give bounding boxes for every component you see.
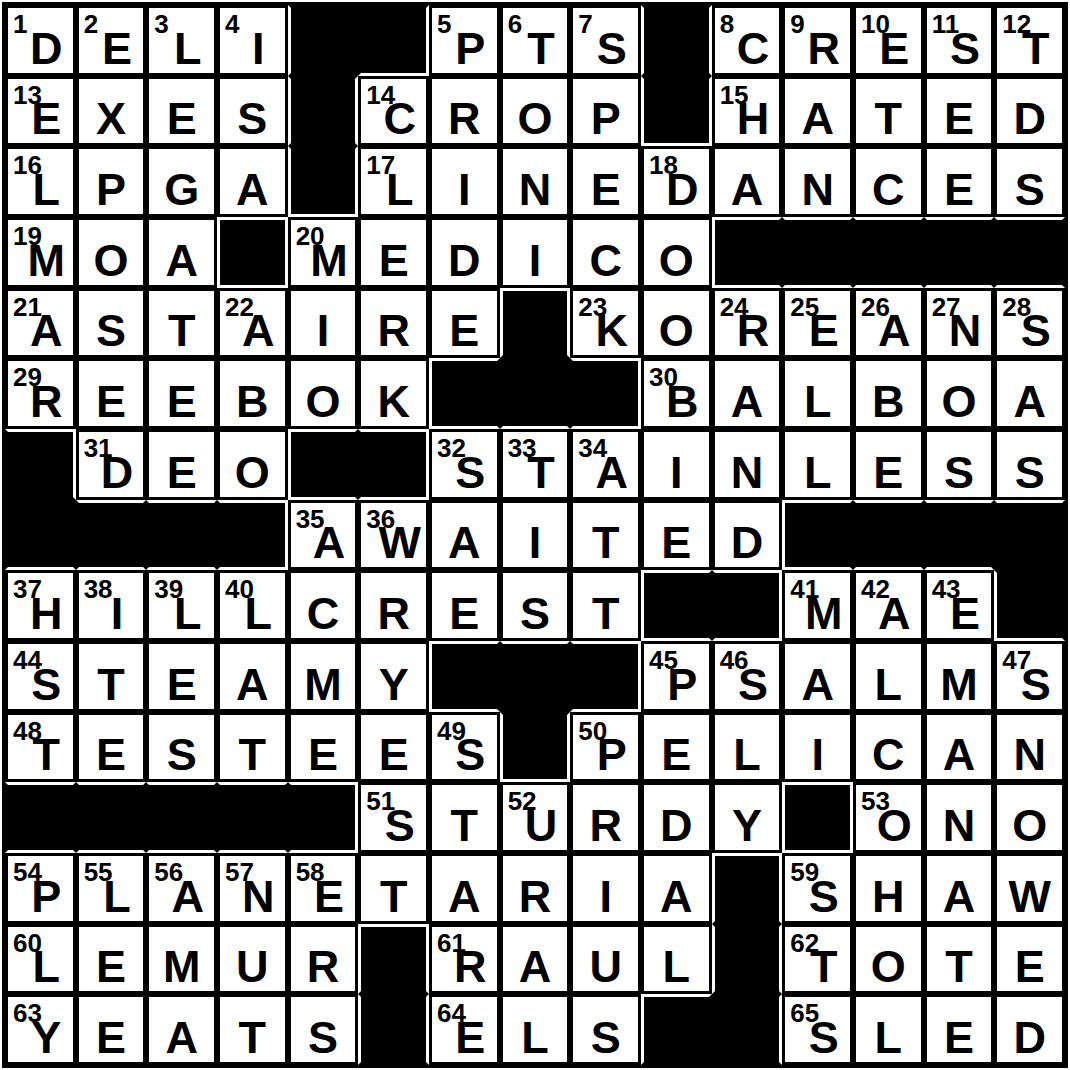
cell-letter: E	[79, 379, 144, 424]
black-cell-r4c4	[217, 217, 288, 288]
cell-r4c3[interactable]: A	[146, 217, 217, 288]
black-cell-r15c10	[641, 994, 712, 1065]
cell-r11c2[interactable]: E	[76, 712, 147, 783]
cell-letter: A	[715, 167, 780, 212]
cell-r14c13[interactable]: O	[853, 924, 924, 995]
cell-letter: U	[220, 944, 285, 989]
cell-r5c1[interactable]: 21A	[5, 288, 76, 359]
cell-r8c7[interactable]: A	[429, 500, 500, 571]
cell-r2c6[interactable]: 14C	[358, 76, 429, 147]
cell-r7c2[interactable]: 31D	[76, 429, 147, 500]
cell-r7c9[interactable]: 34A	[570, 429, 641, 500]
cell-r6c11[interactable]: A	[712, 358, 783, 429]
cell-letter: S	[149, 732, 214, 777]
cell-r3c8[interactable]: N	[500, 146, 571, 217]
black-cell-r8c14	[924, 500, 995, 571]
cell-letter: K	[361, 379, 426, 424]
cell-r12c9[interactable]: R	[570, 782, 641, 853]
cell-r2c4[interactable]: S	[217, 76, 288, 147]
cell-r5c15[interactable]: 28S	[994, 288, 1065, 359]
cell-letter: D	[650, 167, 712, 212]
cell-letter: P	[79, 167, 144, 212]
cell-r5c10[interactable]: O	[641, 288, 712, 359]
cell-r15c12[interactable]: 65S	[782, 994, 853, 1065]
cell-letter: A	[785, 662, 850, 707]
cell-r9c14[interactable]: 43E	[924, 570, 995, 641]
cell-r4c7[interactable]: D	[429, 217, 500, 288]
cell-r9c12[interactable]: 41M	[782, 570, 853, 641]
cell-r15c2[interactable]: E	[76, 994, 147, 1065]
black-cell-r10c7	[429, 641, 500, 712]
cell-r1c3[interactable]: 3L	[146, 5, 217, 76]
cell-letter: T	[432, 803, 497, 848]
cell-r8c9[interactable]: T	[570, 500, 641, 571]
cell-r10c4[interactable]: A	[217, 641, 288, 712]
cell-r14c12[interactable]: 62T	[782, 924, 853, 995]
cell-r11c9[interactable]: 50P	[570, 712, 641, 783]
cell-r1c15[interactable]: 12T	[994, 5, 1065, 76]
cell-r14c2[interactable]: E	[76, 924, 147, 995]
black-cell-r5c8	[500, 288, 571, 359]
cell-r13c4[interactable]: 57N	[217, 853, 288, 924]
cell-letter: I	[432, 167, 497, 212]
cell-r15c15[interactable]: D	[994, 994, 1065, 1065]
cell-r9c1[interactable]: 37H	[5, 570, 76, 641]
cell-r15c13[interactable]: L	[853, 994, 924, 1065]
cell-r13c8[interactable]: R	[500, 853, 571, 924]
cell-letter: I	[85, 591, 147, 636]
cell-letter: E	[856, 450, 921, 495]
cell-letter: K	[579, 308, 641, 353]
cell-letter: E	[79, 732, 144, 777]
cell-r1c11[interactable]: 8C	[712, 5, 783, 76]
crossword-page: 1D2E3L4I5P6T7S8C9R10E11S12T13EXES14CROP1…	[0, 0, 1070, 1070]
black-cell-r8c1	[5, 500, 76, 571]
black-cell-r15c11	[712, 994, 783, 1065]
cell-letter: L	[785, 450, 850, 495]
cell-letter: M	[14, 238, 76, 283]
cell-r6c2[interactable]: E	[76, 358, 147, 429]
cell-r2c13[interactable]: T	[853, 76, 924, 147]
cell-letter: S	[997, 167, 1062, 212]
cell-r6c6[interactable]: K	[358, 358, 429, 429]
cell-letter: E	[149, 96, 214, 141]
cell-r1c2[interactable]: 2E	[76, 5, 147, 76]
cell-r14c3[interactable]: M	[146, 924, 217, 995]
cell-letter: C	[573, 238, 638, 283]
black-cell-r10c9	[570, 641, 641, 712]
black-cell-r13c11	[712, 853, 783, 924]
cell-r3c7[interactable]: I	[429, 146, 500, 217]
cell-r6c1[interactable]: 29R	[5, 358, 76, 429]
cell-letter: E	[927, 167, 992, 212]
cell-letter: R	[291, 944, 356, 989]
black-cell-r4c15	[994, 217, 1065, 288]
cell-r1c12[interactable]: 9R	[782, 5, 853, 76]
cell-r8c6[interactable]: 36W	[358, 500, 429, 571]
cell-r7c12[interactable]: L	[782, 429, 853, 500]
cell-r13c6[interactable]: T	[358, 853, 429, 924]
cell-r13c3[interactable]: 56A	[146, 853, 217, 924]
cell-letter: A	[997, 379, 1062, 424]
cell-r10c2[interactable]: T	[76, 641, 147, 712]
cell-r13c1[interactable]: 54P	[5, 853, 76, 924]
cell-r9c4[interactable]: 40L	[217, 570, 288, 641]
cell-letter: R	[361, 308, 426, 353]
cell-r6c10[interactable]: 30B	[641, 358, 712, 429]
cell-letter: R	[573, 803, 638, 848]
cell-r9c6[interactable]: R	[358, 570, 429, 641]
cell-r10c5[interactable]: M	[288, 641, 359, 712]
cell-letter: M	[291, 662, 356, 707]
cell-letter: S	[791, 1015, 853, 1060]
black-cell-r11c8	[500, 712, 571, 783]
cell-r10c13[interactable]: L	[853, 641, 924, 712]
cell-r5c3[interactable]: T	[146, 288, 217, 359]
cell-letter: E	[432, 308, 497, 353]
black-cell-r8c4	[217, 500, 288, 571]
cell-r4c6[interactable]: E	[358, 217, 429, 288]
cell-r13c14[interactable]: A	[924, 853, 995, 924]
cell-r11c4[interactable]: T	[217, 712, 288, 783]
cell-r14c7[interactable]: 61R	[429, 924, 500, 995]
cell-r4c9[interactable]: C	[570, 217, 641, 288]
cell-letter: C	[856, 732, 921, 777]
cell-letter: A	[644, 874, 709, 919]
cell-r13c5[interactable]: 58E	[288, 853, 359, 924]
cell-r2c15[interactable]: D	[994, 76, 1065, 147]
cell-r5c11[interactable]: 24R	[712, 288, 783, 359]
cell-r5c14[interactable]: 27N	[924, 288, 995, 359]
cell-letter: E	[85, 26, 147, 71]
cell-r3c4[interactable]: A	[217, 146, 288, 217]
cell-r2c9[interactable]: P	[570, 76, 641, 147]
cell-letter: E	[997, 944, 1062, 989]
cell-letter: L	[503, 1015, 568, 1060]
cell-letter: E	[927, 96, 992, 141]
cell-letter: R	[503, 874, 568, 919]
cell-r6c4[interactable]: B	[217, 358, 288, 429]
black-cell-r6c9	[570, 358, 641, 429]
cell-r8c8[interactable]: I	[500, 500, 571, 571]
cell-r10c14[interactable]: M	[924, 641, 995, 712]
cell-r8c10[interactable]: E	[641, 500, 712, 571]
cell-letter: T	[1003, 26, 1065, 71]
cell-r2c1[interactable]: 13E	[5, 76, 76, 147]
cell-r2c3[interactable]: E	[146, 76, 217, 147]
cell-letter: S	[220, 96, 285, 141]
cell-r15c14[interactable]: E	[924, 994, 995, 1065]
cell-letter: C	[721, 26, 783, 71]
black-cell-r6c8	[500, 358, 571, 429]
cell-r11c10[interactable]: E	[641, 712, 712, 783]
cell-r6c13[interactable]: B	[853, 358, 924, 429]
cell-r7c10[interactable]: I	[641, 429, 712, 500]
cell-letter: H	[856, 874, 921, 919]
cell-r6c5[interactable]: O	[288, 358, 359, 429]
cell-r5c2[interactable]: S	[76, 288, 147, 359]
cell-r3c3[interactable]: G	[146, 146, 217, 217]
cell-letter: A	[579, 450, 641, 495]
cell-letter: A	[149, 1015, 214, 1060]
cell-r14c10[interactable]: L	[641, 924, 712, 995]
black-cell-r1c6	[358, 5, 429, 76]
cell-letter: D	[997, 1015, 1062, 1060]
cell-letter: A	[155, 874, 217, 919]
cell-r7c8[interactable]: 33T	[500, 429, 571, 500]
cell-r7c13[interactable]: E	[853, 429, 924, 500]
cell-letter: N	[226, 874, 288, 919]
cell-letter: H	[721, 96, 783, 141]
cell-letter: A	[927, 732, 992, 777]
cell-r7c14[interactable]: S	[924, 429, 995, 500]
cell-letter: N	[927, 803, 992, 848]
cell-letter: A	[862, 591, 924, 636]
cell-letter: N	[503, 167, 568, 212]
cell-r2c11[interactable]: 15H	[712, 76, 783, 147]
cell-letter: B	[856, 379, 921, 424]
cell-letter: R	[361, 591, 426, 636]
cell-letter: D	[644, 803, 709, 848]
cell-r14c4[interactable]: U	[217, 924, 288, 995]
cell-r3c6[interactable]: 17L	[358, 146, 429, 217]
cell-letter: O	[997, 803, 1062, 848]
cell-r9c9[interactable]: T	[570, 570, 641, 641]
cell-letter: M	[791, 591, 853, 636]
cell-letter: O	[79, 238, 144, 283]
cell-r11c5[interactable]: E	[288, 712, 359, 783]
cell-letter: S	[1003, 662, 1065, 707]
cell-r9c13[interactable]: 42A	[853, 570, 924, 641]
cell-r15c7[interactable]: 64E	[429, 994, 500, 1065]
cell-letter: I	[785, 732, 850, 777]
cell-r13c7[interactable]: A	[429, 853, 500, 924]
cell-r8c5[interactable]: 35A	[288, 500, 359, 571]
cell-r14c1[interactable]: 60L	[5, 924, 76, 995]
cell-r14c9[interactable]: U	[570, 924, 641, 995]
cell-letter: C	[856, 167, 921, 212]
cell-letter: S	[503, 591, 568, 636]
cell-r5c6[interactable]: R	[358, 288, 429, 359]
cell-r7c11[interactable]: N	[712, 429, 783, 500]
cell-r11c1[interactable]: 48T	[5, 712, 76, 783]
cell-r3c2[interactable]: P	[76, 146, 147, 217]
cell-letter: S	[79, 308, 144, 353]
cell-r14c5[interactable]: R	[288, 924, 359, 995]
cell-r1c13[interactable]: 10E	[853, 5, 924, 76]
cell-r12c8[interactable]: 52U	[500, 782, 571, 853]
cell-r1c8[interactable]: 6T	[500, 5, 571, 76]
cell-r15c3[interactable]: A	[146, 994, 217, 1065]
black-cell-r8c3	[146, 500, 217, 571]
cell-r12c11[interactable]: Y	[712, 782, 783, 853]
black-cell-r4c12	[782, 217, 853, 288]
cell-letter: D	[85, 450, 147, 495]
cell-r14c8[interactable]: A	[500, 924, 571, 995]
cell-r4c10[interactable]: O	[641, 217, 712, 288]
cell-letter: S	[721, 662, 783, 707]
cell-letter: E	[644, 732, 709, 777]
cell-r10c10[interactable]: 45P	[641, 641, 712, 712]
cell-r9c8[interactable]: S	[500, 570, 571, 641]
cell-letter: E	[149, 379, 214, 424]
cell-r2c14[interactable]: E	[924, 76, 995, 147]
cell-r3c10[interactable]: 18D	[641, 146, 712, 217]
cell-r2c2[interactable]: X	[76, 76, 147, 147]
cell-r7c3[interactable]: E	[146, 429, 217, 500]
cell-r5c5[interactable]: I	[288, 288, 359, 359]
cell-letter: N	[785, 167, 850, 212]
cell-letter: C	[291, 591, 356, 636]
cell-letter: Y	[715, 803, 780, 848]
cell-r1c9[interactable]: 7S	[570, 5, 641, 76]
cell-r11c7[interactable]: 49S	[429, 712, 500, 783]
cell-letter: E	[644, 520, 709, 565]
cell-r3c12[interactable]: N	[782, 146, 853, 217]
cell-r9c5[interactable]: C	[288, 570, 359, 641]
cell-r6c12[interactable]: L	[782, 358, 853, 429]
cell-letter: T	[927, 944, 992, 989]
cell-letter: D	[997, 96, 1062, 141]
cell-r11c15[interactable]: N	[994, 712, 1065, 783]
cell-r2c12[interactable]: A	[782, 76, 853, 147]
cell-r12c6[interactable]: 51S	[358, 782, 429, 853]
cell-letter: X	[79, 96, 144, 141]
cell-r7c4[interactable]: O	[217, 429, 288, 500]
cell-r7c7[interactable]: 32S	[429, 429, 500, 500]
cell-letter: S	[291, 1015, 356, 1060]
cell-r3c13[interactable]: C	[853, 146, 924, 217]
cell-letter: A	[149, 238, 214, 283]
cell-letter: N	[997, 732, 1062, 777]
cell-r11c13[interactable]: C	[853, 712, 924, 783]
black-cell-r8c15	[994, 500, 1065, 571]
cell-letter: C	[367, 96, 429, 141]
cell-r3c11[interactable]: A	[712, 146, 783, 217]
cell-r2c7[interactable]: R	[429, 76, 500, 147]
cell-r1c1[interactable]: 1D	[5, 5, 76, 76]
cell-r11c12[interactable]: I	[782, 712, 853, 783]
cell-letter: L	[155, 591, 217, 636]
black-cell-r15c6	[358, 994, 429, 1065]
cell-r6c14[interactable]: O	[924, 358, 995, 429]
cell-letter: O	[856, 944, 921, 989]
cell-letter: A	[715, 379, 780, 424]
cell-letter: U	[509, 803, 571, 848]
cell-letter: T	[149, 308, 214, 353]
cell-r11c6[interactable]: E	[358, 712, 429, 783]
cell-r13c13[interactable]: H	[853, 853, 924, 924]
cell-r9c7[interactable]: E	[429, 570, 500, 641]
cell-r10c15[interactable]: 47S	[994, 641, 1065, 712]
cell-r12c15[interactable]: O	[994, 782, 1065, 853]
cell-r11c3[interactable]: S	[146, 712, 217, 783]
cell-r5c13[interactable]: 26A	[853, 288, 924, 359]
black-cell-r1c10	[641, 5, 712, 76]
black-cell-r9c11	[712, 570, 783, 641]
cell-r10c3[interactable]: E	[146, 641, 217, 712]
cell-letter: E	[438, 1015, 500, 1060]
cell-r3c1[interactable]: 16L	[5, 146, 76, 217]
cell-r14c15[interactable]: E	[994, 924, 1065, 995]
cell-r11c11[interactable]: L	[712, 712, 783, 783]
cell-r9c3[interactable]: 39L	[146, 570, 217, 641]
cell-r5c12[interactable]: 25E	[782, 288, 853, 359]
cell-r5c7[interactable]: E	[429, 288, 500, 359]
cell-r3c9[interactable]: E	[570, 146, 641, 217]
cell-r10c11[interactable]: 46S	[712, 641, 783, 712]
cell-r4c2[interactable]: O	[76, 217, 147, 288]
cell-r8c11[interactable]: D	[712, 500, 783, 571]
black-cell-r3c5	[288, 146, 359, 217]
cell-r13c10[interactable]: A	[641, 853, 712, 924]
cell-letter: L	[367, 167, 429, 212]
cell-r15c8[interactable]: L	[500, 994, 571, 1065]
cell-r7c15[interactable]: S	[994, 429, 1065, 500]
cell-r11c14[interactable]: A	[924, 712, 995, 783]
cell-r14c14[interactable]: T	[924, 924, 995, 995]
cell-r15c4[interactable]: T	[217, 994, 288, 1065]
cell-r15c9[interactable]: S	[570, 994, 641, 1065]
cell-r5c9[interactable]: 23K	[570, 288, 641, 359]
cell-r1c7[interactable]: 5P	[429, 5, 500, 76]
cell-r5c4[interactable]: 22A	[217, 288, 288, 359]
cell-letter: T	[14, 732, 76, 777]
cell-r6c3[interactable]: E	[146, 358, 217, 429]
cell-r10c12[interactable]: A	[782, 641, 853, 712]
cell-r10c1[interactable]: 44S	[5, 641, 76, 712]
cell-letter: S	[997, 450, 1062, 495]
cell-r9c2[interactable]: 38I	[76, 570, 147, 641]
cell-r10c6[interactable]: Y	[358, 641, 429, 712]
cell-r4c1[interactable]: 19M	[5, 217, 76, 288]
cell-r12c14[interactable]: N	[924, 782, 995, 853]
cell-r2c8[interactable]: O	[500, 76, 571, 147]
cell-r1c4[interactable]: 4I	[217, 5, 288, 76]
cell-r12c7[interactable]: T	[429, 782, 500, 853]
cell-letter: E	[927, 1015, 992, 1060]
black-cell-r12c4	[217, 782, 288, 853]
cell-r15c1[interactable]: 63Y	[5, 994, 76, 1065]
cell-r12c13[interactable]: 53O	[853, 782, 924, 853]
cell-letter: E	[79, 1015, 144, 1060]
cell-letter: Y	[14, 1015, 76, 1060]
cell-letter: D	[715, 520, 780, 565]
cell-letter: S	[933, 26, 995, 71]
cell-letter: M	[927, 662, 992, 707]
cell-r4c5[interactable]: 20M	[288, 217, 359, 288]
cell-r15c5[interactable]: S	[288, 994, 359, 1065]
cell-r3c14[interactable]: E	[924, 146, 995, 217]
cell-letter: E	[432, 591, 497, 636]
cell-r13c9[interactable]: I	[570, 853, 641, 924]
cell-letter: S	[14, 662, 76, 707]
cell-r4c8[interactable]: I	[500, 217, 571, 288]
black-cell-r2c5	[288, 76, 359, 147]
cell-letter: L	[226, 591, 288, 636]
cell-r3c15[interactable]: S	[994, 146, 1065, 217]
cell-letter: S	[367, 803, 429, 848]
black-cell-r12c3	[146, 782, 217, 853]
cell-r13c12[interactable]: 59S	[782, 853, 853, 924]
cell-r12c10[interactable]: D	[641, 782, 712, 853]
cell-letter: T	[573, 591, 638, 636]
cell-letter: R	[14, 379, 76, 424]
cell-r13c2[interactable]: 55L	[76, 853, 147, 924]
cell-r6c15[interactable]: A	[994, 358, 1065, 429]
cell-r1c14[interactable]: 11S	[924, 5, 995, 76]
cell-r13c15[interactable]: W	[994, 853, 1065, 924]
